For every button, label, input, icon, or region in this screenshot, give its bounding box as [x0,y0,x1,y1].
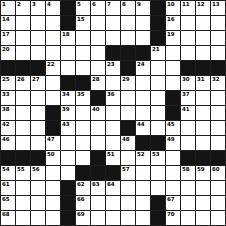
clue-number: 22 [47,61,54,67]
cell-r8c11[interactable] [151,106,165,120]
cell-r14c2[interactable] [16,196,30,210]
cell-r15c1[interactable]: 68 [1,211,15,225]
cell-r9c8[interactable] [106,121,120,135]
cell-r12c9[interactable]: 57 [121,166,135,180]
cell-r12c15[interactable]: 60 [211,166,225,180]
cell-r4c15[interactable] [211,46,225,60]
cell-r11c9[interactable] [121,151,135,165]
cell-r15c10[interactable] [136,211,150,225]
cell-r13c12[interactable] [166,181,180,195]
cell-r6c2[interactable]: 26 [16,76,30,90]
cell-r7c3[interactable] [31,91,45,105]
cell-r11c5[interactable] [61,151,75,165]
cell-r2c3[interactable] [31,16,45,30]
cell-r15c4[interactable] [46,211,60,225]
cell-r7c8[interactable]: 36 [106,91,120,105]
clue-number: 3 [32,1,36,7]
cell-r9c7[interactable] [91,121,105,135]
cell-r3c2[interactable] [16,31,30,45]
cell-r8c13[interactable]: 41 [181,106,195,120]
black-cell-r5c3 [31,61,45,75]
cell-r6c7[interactable]: 28 [91,76,105,90]
cell-r6c15[interactable]: 32 [211,76,225,90]
cell-r11c12[interactable] [166,151,180,165]
cell-r7c15[interactable] [211,91,225,105]
clue-number: 34 [62,91,69,97]
cell-r4c14[interactable] [196,46,210,60]
cell-r12c3[interactable]: 56 [31,166,45,180]
cell-r14c7[interactable] [91,196,105,210]
cell-r15c12[interactable]: 70 [166,211,180,225]
cell-r7c6[interactable]: 35 [76,91,90,105]
cell-r4c4[interactable] [46,46,60,60]
cell-r10c4[interactable]: 47 [46,136,60,150]
cell-r8c10[interactable] [136,106,150,120]
cell-r14c10[interactable] [136,196,150,210]
cell-r1c8[interactable]: 7 [106,1,120,15]
black-cell-r1c5 [61,1,75,15]
black-cell-r11c13 [181,151,195,165]
cell-r5c7[interactable] [91,61,105,75]
clue-number: 52 [137,151,144,157]
cell-r6c3[interactable]: 27 [31,76,45,90]
clue-number: 15 [77,16,84,22]
cell-r2c8[interactable] [106,16,120,30]
black-cell-r5c1 [1,61,15,75]
clue-number: 38 [2,106,9,112]
clue-number: 47 [47,136,54,142]
cell-r3c9[interactable] [121,31,135,45]
cell-r10c15[interactable] [211,136,225,150]
clue-number: 8 [122,1,126,7]
black-cell-r11c3 [31,151,45,165]
black-cell-r11c7 [91,151,105,165]
cell-r3c10[interactable] [136,31,150,45]
black-cell-r9c4 [46,121,60,135]
black-cell-r14c11 [151,196,165,210]
cell-r8c6[interactable] [76,106,90,120]
cell-r12c5[interactable] [61,166,75,180]
cell-r8c7[interactable]: 40 [91,106,105,120]
clue-number: 42 [2,121,9,127]
cell-r9c1[interactable]: 42 [1,121,15,135]
cell-r13c9[interactable] [121,181,135,195]
clue-number: 67 [167,196,174,202]
cell-r4c11[interactable]: 21 [151,46,165,60]
cell-r13c7[interactable]: 63 [91,181,105,195]
cell-r6c1[interactable]: 25 [1,76,15,90]
cell-r5c5[interactable] [61,61,75,75]
clue-number: 56 [32,166,39,172]
clue-number: 26 [17,76,24,82]
cell-r2c15[interactable] [211,16,225,30]
clue-number: 21 [152,46,159,52]
cell-r2c2[interactable] [16,16,30,30]
black-cell-r5c9 [121,61,135,75]
cell-r3c12[interactable]: 19 [166,31,180,45]
clue-number: 10 [167,1,174,7]
cell-r4c5[interactable] [61,46,75,60]
clue-number: 16 [167,16,174,22]
cell-r3c4[interactable] [46,31,60,45]
cell-r9c6[interactable] [76,121,90,135]
cell-r14c13[interactable] [181,196,195,210]
black-cell-r13c5 [61,181,75,195]
cell-r9c13[interactable] [181,121,195,135]
cell-r4c13[interactable] [181,46,195,60]
cell-r4c7[interactable] [91,46,105,60]
cell-r15c9[interactable] [121,211,135,225]
cell-r9c11[interactable] [151,121,165,135]
clue-number: 50 [47,151,54,157]
black-cell-r1c11 [151,1,165,15]
cell-r3c7[interactable] [91,31,105,45]
clue-number: 49 [167,136,174,142]
cell-r2c9[interactable] [121,16,135,30]
cell-r14c8[interactable] [106,196,120,210]
cell-r14c6[interactable]: 66 [76,196,90,210]
cell-r5c12[interactable] [166,61,180,75]
clue-number: 29 [122,76,129,82]
clue-number: 5 [77,1,81,7]
cell-r15c15[interactable] [211,211,225,225]
clue-number: 33 [2,91,9,97]
cell-r2c13[interactable] [181,16,195,30]
cell-r4c12[interactable] [166,46,180,60]
cell-r1c7[interactable]: 6 [91,1,105,15]
clue-number: 48 [122,136,129,142]
clue-number: 58 [182,166,189,172]
cell-r12c14[interactable]: 59 [196,166,210,180]
cell-r8c8[interactable] [106,106,120,120]
clue-number: 41 [182,106,189,112]
cell-r14c3[interactable] [31,196,45,210]
clue-number: 44 [137,121,144,127]
cell-r2c10[interactable] [136,16,150,30]
clue-number: 61 [2,181,9,187]
clue-number: 19 [167,31,174,37]
clue-number: 35 [77,91,84,97]
black-cell-r10c10 [136,136,150,150]
cell-r10c8[interactable] [106,136,120,150]
cell-r12c13[interactable]: 58 [181,166,195,180]
cell-r2c14[interactable] [196,16,210,30]
cell-r10c9[interactable]: 48 [121,136,135,150]
cell-r8c1[interactable]: 38 [1,106,15,120]
clue-number: 14 [2,16,9,22]
cell-r10c13[interactable] [181,136,195,150]
clue-number: 11 [182,1,189,7]
clue-number: 39 [62,106,69,112]
black-cell-r2c11 [151,16,165,30]
clue-number: 51 [107,151,114,157]
clue-number: 7 [107,1,111,7]
cell-r10c1[interactable]: 46 [1,136,15,150]
cell-r1c4[interactable]: 4 [46,1,60,15]
clue-number: 20 [2,46,9,52]
cell-r3c5[interactable]: 18 [61,31,75,45]
clue-number: 18 [62,31,69,37]
black-cell-r11c2 [16,151,30,165]
clue-number: 70 [167,211,174,217]
cell-r1c13[interactable]: 11 [181,1,195,15]
cell-r9c2[interactable] [16,121,30,135]
clue-number: 30 [182,76,189,82]
cell-r6c12[interactable] [166,76,180,90]
clue-number: 68 [2,211,9,217]
cell-r12c4[interactable] [46,166,60,180]
clue-number: 66 [77,196,84,202]
clue-number: 65 [2,196,9,202]
black-cell-r14c5 [61,196,75,210]
cell-r10c3[interactable] [31,136,45,150]
black-cell-r12c8 [106,166,120,180]
black-cell-r4c10 [136,46,150,60]
clue-number: 25 [2,76,9,82]
cell-r7c11[interactable] [151,91,165,105]
clue-number: 1 [2,1,6,7]
cell-r7c1[interactable]: 33 [1,91,15,105]
clue-number: 60 [212,166,219,172]
cell-r14c1[interactable]: 65 [1,196,15,210]
cell-r11c4[interactable]: 50 [46,151,60,165]
black-cell-r15c5 [61,211,75,225]
cell-r15c2[interactable] [16,211,30,225]
cell-r7c2[interactable] [16,91,30,105]
black-cell-r6c5 [61,76,75,90]
cell-r12c12[interactable] [166,166,180,180]
cell-r1c9[interactable]: 8 [121,1,135,15]
cell-r3c1[interactable]: 17 [1,31,15,45]
clue-number: 62 [77,181,84,187]
cell-r1c2[interactable]: 2 [16,1,30,15]
cell-r14c12[interactable]: 67 [166,196,180,210]
cell-r13c15[interactable] [211,181,225,195]
clue-number: 32 [212,76,219,82]
black-cell-r11c1 [1,151,15,165]
cell-r10c2[interactable] [16,136,30,150]
cell-r5c4[interactable]: 22 [46,61,60,75]
clue-number: 54 [2,166,9,172]
cell-r14c14[interactable] [196,196,210,210]
cell-r7c9[interactable] [121,91,135,105]
crossword-grid: 1234567891011121314151617181920212223242… [0,0,226,226]
black-cell-r2c5 [61,16,75,30]
cell-r2c1[interactable]: 14 [1,16,15,30]
black-cell-r3c11 [151,31,165,45]
cell-r7c4[interactable] [46,91,60,105]
cell-r6c8[interactable] [106,76,120,90]
cell-r1c3[interactable]: 3 [31,1,45,15]
cell-r15c13[interactable] [181,211,195,225]
clue-number: 28 [92,76,99,82]
cell-r15c8[interactable] [106,211,120,225]
clue-number: 2 [17,1,21,7]
black-cell-r11c14 [196,151,210,165]
cell-r9c5[interactable]: 43 [61,121,75,135]
cell-r9c3[interactable] [31,121,45,135]
cell-r8c3[interactable] [31,106,45,120]
cell-r13c4[interactable] [46,181,60,195]
black-cell-r5c13 [181,61,195,75]
cell-r2c12[interactable]: 16 [166,16,180,30]
cell-r12c10[interactable] [136,166,150,180]
cell-r4c2[interactable] [16,46,30,60]
black-cell-r10c11 [151,136,165,150]
cell-r1c10[interactable]: 9 [136,1,150,15]
cell-r1c1[interactable]: 1 [1,1,15,15]
cell-r1c12[interactable]: 10 [166,1,180,15]
clue-number: 37 [182,91,189,97]
cell-r2c6[interactable]: 15 [76,16,90,30]
cell-r6c14[interactable]: 31 [196,76,210,90]
clue-number: 69 [77,211,84,217]
cell-r4c1[interactable]: 20 [1,46,15,60]
cell-r13c10[interactable] [136,181,150,195]
cell-r11c10[interactable]: 52 [136,151,150,165]
cell-r7c5[interactable]: 34 [61,91,75,105]
clue-number: 6 [92,1,96,7]
cell-r8c2[interactable] [16,106,30,120]
cell-r11c6[interactable] [76,151,90,165]
cell-r5c6[interactable] [76,61,90,75]
cell-r15c14[interactable] [196,211,210,225]
clue-number: 43 [62,121,69,127]
clue-number: 40 [92,106,99,112]
cell-r11c11[interactable]: 53 [151,151,165,165]
black-cell-r6c6 [76,76,90,90]
cell-r7c13[interactable]: 37 [181,91,195,105]
cell-r12c1[interactable]: 54 [1,166,15,180]
cell-r14c9[interactable] [121,196,135,210]
cell-r15c7[interactable] [91,211,105,225]
clue-number: 64 [107,181,114,187]
cell-r14c15[interactable] [211,196,225,210]
cell-r3c14[interactable] [196,31,210,45]
black-cell-r7c7 [91,91,105,105]
cell-r10c7[interactable] [91,136,105,150]
clue-number: 57 [122,166,129,172]
black-cell-r12c7 [91,166,105,180]
cell-r3c3[interactable] [31,31,45,45]
black-cell-r11c15 [211,151,225,165]
clue-number: 24 [137,61,144,67]
black-cell-r15c11 [151,211,165,225]
clue-number: 9 [137,1,141,7]
cell-r6c13[interactable]: 30 [181,76,195,90]
black-cell-r8c12 [166,106,180,120]
cell-r3c8[interactable] [106,31,120,45]
cell-r15c3[interactable] [31,211,45,225]
clue-number: 36 [107,91,114,97]
cell-r15c6[interactable]: 69 [76,211,90,225]
cell-r10c5[interactable] [61,136,75,150]
cell-r1c15[interactable]: 13 [211,1,225,15]
cell-r3c6[interactable] [76,31,90,45]
clue-number: 46 [2,136,9,142]
cell-r5c11[interactable] [151,61,165,75]
cell-r13c2[interactable] [16,181,30,195]
cell-r9c12[interactable]: 45 [166,121,180,135]
clue-number: 27 [32,76,39,82]
cell-r13c3[interactable] [31,181,45,195]
cell-r14c4[interactable] [46,196,60,210]
clue-number: 53 [152,151,159,157]
cell-r1c6[interactable]: 5 [76,1,90,15]
cell-r4c3[interactable] [31,46,45,60]
cell-r8c15[interactable] [211,106,225,120]
black-cell-r9c9 [121,121,135,135]
black-cell-r5c14 [196,61,210,75]
cell-r13c11[interactable] [151,181,165,195]
cell-r12c11[interactable] [151,166,165,180]
cell-r12c2[interactable]: 55 [16,166,30,180]
cell-r9c10[interactable]: 44 [136,121,150,135]
cell-r13c1[interactable]: 61 [1,181,15,195]
clue-number: 4 [47,1,51,7]
black-cell-r5c15 [211,61,225,75]
cell-r5c8[interactable]: 23 [106,61,120,75]
cell-r6c11[interactable] [151,76,165,90]
cell-r1c14[interactable]: 12 [196,1,210,15]
cell-r6c10[interactable] [136,76,150,90]
cell-r8c14[interactable] [196,106,210,120]
black-cell-r4c9 [121,46,135,60]
cell-r6c4[interactable] [46,76,60,90]
clue-number: 13 [212,1,219,7]
clue-number: 12 [197,1,204,7]
clue-number: 31 [197,76,204,82]
cell-r3c13[interactable] [181,31,195,45]
black-cell-r4c8 [106,46,120,60]
cell-r10c6[interactable] [76,136,90,150]
cell-r13c14[interactable] [196,181,210,195]
clue-number: 17 [2,31,9,37]
black-cell-r8c4 [46,106,60,120]
cell-r2c7[interactable] [91,16,105,30]
cell-r13c13[interactable] [181,181,195,195]
clue-number: 59 [197,166,204,172]
cell-r6c9[interactable]: 29 [121,76,135,90]
clue-number: 55 [17,166,24,172]
cell-r4c6[interactable] [76,46,90,60]
black-cell-r12c6 [76,166,90,180]
cell-r8c9[interactable] [121,106,135,120]
clue-number: 45 [167,121,174,127]
cell-r10c14[interactable] [196,136,210,150]
cell-r7c10[interactable] [136,91,150,105]
cell-r10c12[interactable]: 49 [166,136,180,150]
black-cell-r5c2 [16,61,30,75]
cell-r3c15[interactable] [211,31,225,45]
cell-r8c5[interactable]: 39 [61,106,75,120]
black-cell-r7c12 [166,91,180,105]
cell-r2c4[interactable] [46,16,60,30]
clue-number: 63 [92,181,99,187]
cell-r9c14[interactable] [196,121,210,135]
cell-r13c8[interactable]: 64 [106,181,120,195]
clue-number: 23 [107,61,114,67]
cell-r9c15[interactable] [211,121,225,135]
cell-r11c8[interactable]: 51 [106,151,120,165]
cell-r13c6[interactable]: 62 [76,181,90,195]
cell-r7c14[interactable] [196,91,210,105]
cell-r5c10[interactable]: 24 [136,61,150,75]
